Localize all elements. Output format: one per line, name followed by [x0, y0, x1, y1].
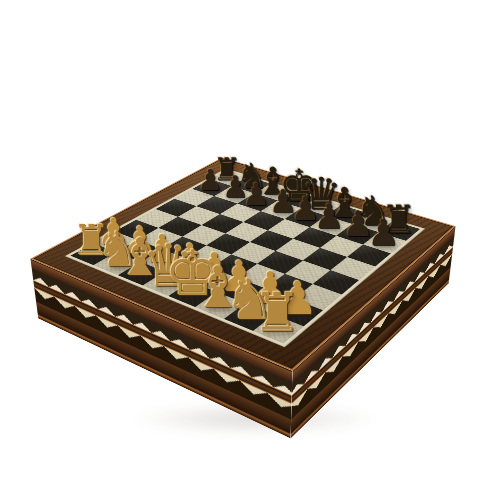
chess-set-photo: ♜♞♝♚♛♝♞♜♟♟♟♟♟♟♟♟♟♟♟♟♟♟♟♟♜♞♝♛♚♝♞♜ [0, 0, 500, 500]
piece-white-rook-h1[interactable]: ♜ [253, 286, 301, 340]
square-h5[interactable] [330, 257, 375, 280]
piece-black-pawn-h7[interactable]: ♟ [367, 215, 399, 251]
piece-black-pawn-a7[interactable]: ♟ [197, 166, 223, 195]
square-g5[interactable] [302, 248, 347, 270]
ground-shadow [130, 402, 380, 436]
piece-black-pawn-f7[interactable]: ♟ [314, 199, 344, 233]
piece-black-pawn-c7[interactable]: ♟ [242, 179, 270, 210]
square-h4[interactable] [312, 270, 359, 295]
